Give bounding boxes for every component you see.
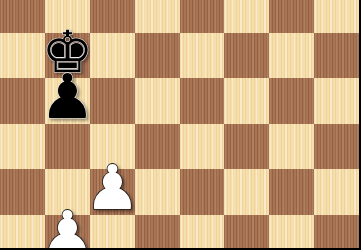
square-d6[interactable] xyxy=(135,33,180,78)
square-g3[interactable] xyxy=(269,169,314,214)
square-b5[interactable]: ♟ xyxy=(45,78,90,123)
square-e5[interactable] xyxy=(180,78,225,123)
square-c7[interactable] xyxy=(90,0,135,33)
square-e4[interactable] xyxy=(180,124,225,169)
square-g7[interactable] xyxy=(269,0,314,33)
square-h5[interactable] xyxy=(314,78,359,123)
square-a6[interactable] xyxy=(0,33,45,78)
square-f5[interactable] xyxy=(224,78,269,123)
square-d7[interactable] xyxy=(135,0,180,33)
square-a3[interactable] xyxy=(0,169,45,214)
white-pawn[interactable]: ♟ xyxy=(45,215,90,250)
square-b2[interactable]: ♟ xyxy=(45,215,90,248)
square-c3[interactable]: ♟ xyxy=(90,169,135,214)
square-d2[interactable] xyxy=(135,215,180,248)
square-h2[interactable] xyxy=(314,215,359,248)
square-b4[interactable] xyxy=(45,124,90,169)
square-e3[interactable] xyxy=(180,169,225,214)
square-f6[interactable] xyxy=(224,33,269,78)
square-c2[interactable] xyxy=(90,215,135,248)
square-f4[interactable] xyxy=(224,124,269,169)
square-h6[interactable] xyxy=(314,33,359,78)
square-d3[interactable] xyxy=(135,169,180,214)
square-e6[interactable] xyxy=(180,33,225,78)
square-a2[interactable] xyxy=(0,215,45,248)
square-a4[interactable] xyxy=(0,124,45,169)
square-a7[interactable] xyxy=(0,0,45,33)
chess-board: ♚♟♟♟ xyxy=(0,0,361,250)
square-a5[interactable] xyxy=(0,78,45,123)
square-c5[interactable] xyxy=(90,78,135,123)
square-f2[interactable] xyxy=(224,215,269,248)
square-d5[interactable] xyxy=(135,78,180,123)
square-g5[interactable] xyxy=(269,78,314,123)
black-pawn[interactable]: ♟ xyxy=(45,78,90,123)
square-f3[interactable] xyxy=(224,169,269,214)
square-f7[interactable] xyxy=(224,0,269,33)
square-g4[interactable] xyxy=(269,124,314,169)
white-pawn[interactable]: ♟ xyxy=(90,169,135,214)
square-c6[interactable] xyxy=(90,33,135,78)
square-h3[interactable] xyxy=(314,169,359,214)
square-e7[interactable] xyxy=(180,0,225,33)
square-e2[interactable] xyxy=(180,215,225,248)
square-d4[interactable] xyxy=(135,124,180,169)
piece-glyph: ♟ xyxy=(40,61,95,133)
piece-glyph: ♟ xyxy=(40,197,95,250)
square-g2[interactable] xyxy=(269,215,314,248)
square-h7[interactable] xyxy=(314,0,359,33)
square-h4[interactable] xyxy=(314,124,359,169)
square-g6[interactable] xyxy=(269,33,314,78)
